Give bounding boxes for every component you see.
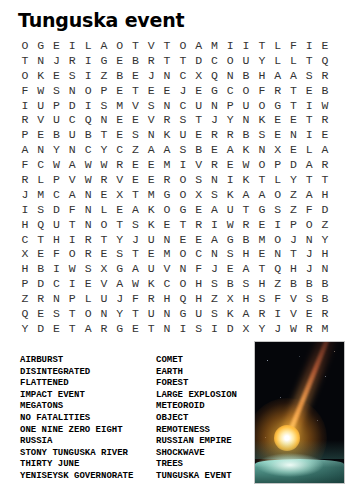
grid-cell-r15c11: O	[175, 246, 191, 261]
grid-cell-r10c19: T	[301, 172, 317, 187]
grid-cell-r18c7: J	[112, 291, 128, 306]
grid-cell-r14c2: T	[33, 232, 49, 247]
grid-cell-r14c7: Y	[112, 232, 128, 247]
grid-cell-r1c13: M	[207, 38, 223, 53]
grid-cell-r16c18: H	[286, 261, 302, 276]
word-item: SHOCKWAVE	[156, 448, 237, 460]
grid-cell-r12c19: F	[301, 202, 317, 217]
grid-cell-r16c7: G	[112, 261, 128, 276]
grid-cell-r12c2: S	[33, 202, 49, 217]
grid-cell-r4c17: R	[270, 83, 286, 98]
meteor-image	[254, 341, 345, 484]
grid-cell-r14c11: E	[175, 232, 191, 247]
grid-cell-r10c13: N	[207, 172, 223, 187]
grid-cell-r7c1: P	[17, 127, 33, 142]
grid-cell-r7c4: U	[64, 127, 80, 142]
grid-cell-r16c17: Q	[270, 261, 286, 276]
grid-cell-r9c10: M	[159, 157, 175, 172]
grid-cell-r14c4: I	[64, 232, 80, 247]
grid-cell-r13c14: W	[222, 217, 238, 232]
grid-cell-r10c12: S	[191, 172, 207, 187]
grid-cell-r13c7: T	[112, 217, 128, 232]
grid-cell-r18c11: Q	[175, 291, 191, 306]
grid-cell-r11c4: A	[64, 187, 80, 202]
grid-cell-r14c18: J	[286, 232, 302, 247]
grid-cell-r1c5: L	[80, 38, 96, 53]
grid-cell-r15c17: N	[270, 246, 286, 261]
grid-cell-r10c4: V	[64, 172, 80, 187]
grid-cell-r6c7: E	[112, 112, 128, 127]
grid-cell-r6c13: J	[207, 112, 223, 127]
grid-cell-r7c14: R	[222, 127, 238, 142]
grid-cell-r8c7: C	[112, 142, 128, 157]
grid-cell-r3c13: Q	[207, 68, 223, 83]
grid-cell-r14c13: A	[207, 232, 223, 247]
word-item: RUSSIA	[20, 436, 156, 448]
grid-cell-r12c14: U	[222, 202, 238, 217]
grid-cell-r10c7: V	[112, 172, 128, 187]
grid-cell-r2c3: J	[49, 53, 65, 68]
grid-cell-r20c16: Y	[254, 321, 270, 336]
grid-cell-r4c13: G	[207, 83, 223, 98]
grid-cell-r14c19: N	[301, 232, 317, 247]
grid-cell-r15c8: T	[128, 246, 144, 261]
word-item: THIRTY JUNE	[20, 459, 156, 471]
grid-cell-r12c11: G	[175, 202, 191, 217]
grid-cell-r18c15: H	[238, 291, 254, 306]
grid-cell-r11c6: E	[96, 187, 112, 202]
grid-cell-r5c18: T	[286, 98, 302, 113]
grid-cell-r3c4: S	[64, 68, 80, 83]
grid-cell-r11c12: X	[191, 187, 207, 202]
grid-cell-r15c12: C	[191, 246, 207, 261]
grid-cell-r18c13: Z	[207, 291, 223, 306]
grid-cell-r9c16: O	[254, 157, 270, 172]
grid-cell-r17c11: O	[175, 276, 191, 291]
grid-cell-r4c4: N	[64, 83, 80, 98]
grid-cell-r5c7: M	[112, 98, 128, 113]
grid-cell-r17c6: V	[96, 276, 112, 291]
grid-cell-r5c6: S	[96, 98, 112, 113]
grid-cell-r12c12: E	[191, 202, 207, 217]
grid-cell-r6c4: C	[64, 112, 80, 127]
grid-cell-r7c15: B	[238, 127, 254, 142]
grid-cell-r6c18: E	[286, 112, 302, 127]
grid-cell-r18c5: L	[80, 291, 96, 306]
grid-cell-r16c16: T	[254, 261, 270, 276]
grid-cell-r2c8: B	[128, 53, 144, 68]
grid-cell-r12c18: Z	[286, 202, 302, 217]
grid-cell-r20c11: I	[175, 321, 191, 336]
grid-cell-r4c11: J	[175, 83, 191, 98]
grid-cell-r11c15: A	[238, 187, 254, 202]
grid-cell-r10c10: R	[159, 172, 175, 187]
grid-cell-r19c7: Y	[112, 306, 128, 321]
grid-cell-r4c20: B	[317, 83, 333, 98]
grid-cell-r2c16: Y	[254, 53, 270, 68]
grid-cell-r19c13: S	[207, 306, 223, 321]
grid-cell-r19c19: E	[301, 306, 317, 321]
grid-cell-r5c17: G	[270, 98, 286, 113]
grid-cell-r2c1: T	[17, 53, 33, 68]
grid-cell-r5c10: N	[159, 98, 175, 113]
grid-cell-r12c1: I	[17, 202, 33, 217]
grid-cell-r19c17: I	[270, 306, 286, 321]
grid-cell-r17c18: B	[286, 276, 302, 291]
grid-cell-r11c13: S	[207, 187, 223, 202]
grid-cell-r9c17: P	[270, 157, 286, 172]
word-item: AIRBURST	[20, 355, 156, 367]
grid-cell-r7c17: E	[270, 127, 286, 142]
grid-cell-r9c20: R	[317, 157, 333, 172]
grid-cell-r15c15: H	[238, 246, 254, 261]
grid-cell-r8c18: E	[286, 142, 302, 157]
grid-cell-r14c3: H	[49, 232, 65, 247]
grid-cell-r8c1: A	[17, 142, 33, 157]
grid-cell-r4c7: E	[112, 83, 128, 98]
grid-cell-r9c14: E	[222, 157, 238, 172]
grid-cell-r12c6: L	[96, 202, 112, 217]
grid-cell-r4c12: E	[191, 83, 207, 98]
grid-cell-r18c9: R	[143, 291, 159, 306]
grid-cell-r9c5: W	[80, 157, 96, 172]
grid-cell-r2c7: E	[112, 53, 128, 68]
grid-cell-r16c11: N	[175, 261, 191, 276]
grid-cell-r15c4: O	[64, 246, 80, 261]
grid-cell-r14c9: U	[143, 232, 159, 247]
word-item: LARGE EXPLOSION	[156, 390, 237, 402]
grid-cell-r9c12: V	[191, 157, 207, 172]
grid-cell-r20c18: W	[286, 321, 302, 336]
grid-cell-r15c5: R	[80, 246, 96, 261]
grid-cell-r3c2: K	[33, 68, 49, 83]
grid-cell-r12c13: A	[207, 202, 223, 217]
grid-cell-r20c10: N	[159, 321, 175, 336]
grid-cell-r4c5: O	[80, 83, 96, 98]
grid-cell-r8c19: L	[301, 142, 317, 157]
grid-cell-r1c17: L	[270, 38, 286, 53]
grid-cell-r7c8: S	[128, 127, 144, 142]
word-list-column-2: COMETEARTHFORESTLARGE EXPLOSIONMETEOROID…	[156, 355, 237, 483]
grid-cell-r10c1: R	[17, 172, 33, 187]
grid-cell-r2c19: T	[301, 53, 317, 68]
grid-cell-r5c11: C	[175, 98, 191, 113]
grid-cell-r20c8: E	[128, 321, 144, 336]
grid-cell-r20c4: T	[64, 321, 80, 336]
grid-cell-r4c19: E	[301, 83, 317, 98]
grid-cell-r2c13: C	[207, 53, 223, 68]
grid-cell-r12c9: K	[143, 202, 159, 217]
grid-cell-r18c17: F	[270, 291, 286, 306]
grid-cell-r8c2: N	[33, 142, 49, 157]
grid-cell-r1c1: O	[17, 38, 33, 53]
grid-cell-r12c10: O	[159, 202, 175, 217]
grid-cell-r15c16: E	[254, 246, 270, 261]
grid-cell-r7c6: T	[96, 127, 112, 142]
grid-cell-r1c11: O	[175, 38, 191, 53]
grid-cell-r17c15: S	[238, 276, 254, 291]
grid-cell-r13c12: R	[191, 217, 207, 232]
worksheet-page: Tunguska event OGEILAOTVTOAMIITLFIETNJRI…	[0, 0, 354, 500]
grid-cell-r16c4: W	[64, 261, 80, 276]
grid-cell-r1c2: G	[33, 38, 49, 53]
grid-cell-r1c10: T	[159, 38, 175, 53]
grid-cell-r7c13: R	[207, 127, 223, 142]
grid-cell-r6c9: V	[143, 112, 159, 127]
grid-cell-r1c9: V	[143, 38, 159, 53]
grid-cell-r6c8: E	[128, 112, 144, 127]
word-item: ONE NINE ZERO EIGHT	[20, 425, 156, 437]
grid-cell-r17c20: B	[317, 276, 333, 291]
grid-cell-r1c12: A	[191, 38, 207, 53]
grid-cell-r17c4: I	[64, 276, 80, 291]
grid-cell-r19c16: R	[254, 306, 270, 321]
grid-cell-r5c20: W	[317, 98, 333, 113]
grid-cell-r5c4: D	[64, 98, 80, 113]
grid-cell-r8c10: A	[159, 142, 175, 157]
grid-cell-r14c6: T	[96, 232, 112, 247]
grid-cell-r7c11: U	[175, 127, 191, 142]
grid-cell-r5c12: U	[191, 98, 207, 113]
grid-cell-r20c1: Y	[17, 321, 33, 336]
grid-cell-r3c7: B	[112, 68, 128, 83]
grid-cell-r11c11: O	[175, 187, 191, 202]
grid-cell-r13c18: P	[286, 217, 302, 232]
grid-cell-r11c10: G	[159, 187, 175, 202]
grid-cell-r9c19: A	[301, 157, 317, 172]
grid-cell-r16c20: N	[317, 261, 333, 276]
grid-cell-r19c11: G	[175, 306, 191, 321]
grid-cell-r7c16: S	[254, 127, 270, 142]
grid-cell-r14c17: O	[270, 232, 286, 247]
grid-cell-r18c2: R	[33, 291, 49, 306]
grid-cell-r16c3: I	[49, 261, 65, 276]
grid-cell-r17c5: E	[80, 276, 96, 291]
grid-cell-r13c1: H	[17, 217, 33, 232]
grid-cell-r18c10: H	[159, 291, 175, 306]
grid-cell-r6c17: E	[270, 112, 286, 127]
grid-cell-r16c9: U	[143, 261, 159, 276]
grid-cell-r9c6: W	[96, 157, 112, 172]
grid-cell-r20c6: R	[96, 321, 112, 336]
grid-cell-r11c14: K	[222, 187, 238, 202]
grid-cell-r6c6: N	[96, 112, 112, 127]
grid-cell-r18c4: P	[64, 291, 80, 306]
grid-cell-r10c17: L	[270, 172, 286, 187]
grid-cell-r6c12: T	[191, 112, 207, 127]
grid-cell-r4c1: F	[17, 83, 33, 98]
grid-cell-r12c4: F	[64, 202, 80, 217]
grid-cell-r17c14: B	[222, 276, 238, 291]
grid-cell-r12c15: T	[238, 202, 254, 217]
grid-cell-r7c9: N	[143, 127, 159, 142]
grid-cell-r3c14: N	[222, 68, 238, 83]
grid-cell-r10c2: L	[33, 172, 49, 187]
grid-cell-r11c19: A	[301, 187, 317, 202]
grid-cell-r8c6: Y	[96, 142, 112, 157]
grid-cell-r6c15: N	[238, 112, 254, 127]
grid-cell-r13c16: E	[254, 217, 270, 232]
grid-cell-r11c16: A	[254, 187, 270, 202]
grid-cell-r16c1: H	[17, 261, 33, 276]
grid-cell-r18c16: S	[254, 291, 270, 306]
grid-cell-r3c10: N	[159, 68, 175, 83]
grid-cell-r8c5: C	[80, 142, 96, 157]
grid-cell-r19c9: U	[143, 306, 159, 321]
grid-cell-r10c18: Y	[286, 172, 302, 187]
grid-cell-r5c15: U	[238, 98, 254, 113]
grid-cell-r3c5: I	[80, 68, 96, 83]
grid-cell-r16c8: A	[128, 261, 144, 276]
grid-cell-r12c8: A	[128, 202, 144, 217]
grid-cell-r5c14: P	[222, 98, 238, 113]
grid-cell-r15c20: H	[317, 246, 333, 261]
grid-cell-r16c14: E	[222, 261, 238, 276]
grid-cell-r7c2: E	[33, 127, 49, 142]
grid-cell-r10c8: E	[128, 172, 144, 187]
word-item: REMOTENESS	[156, 425, 237, 437]
grid-cell-r17c2: D	[33, 276, 49, 291]
grid-cell-r15c14: S	[222, 246, 238, 261]
grid-cell-r1c3: E	[49, 38, 65, 53]
grid-cell-r9c11: I	[175, 157, 191, 172]
grid-cell-r13c2: Q	[33, 217, 49, 232]
grid-cell-r15c6: E	[96, 246, 112, 261]
grid-cell-r10c16: T	[254, 172, 270, 187]
grid-cell-r11c8: T	[128, 187, 144, 202]
grid-cell-r17c19: B	[301, 276, 317, 291]
grid-cell-r5c1: I	[17, 98, 33, 113]
grid-cell-r19c8: T	[128, 306, 144, 321]
grid-cell-r7c19: I	[301, 127, 317, 142]
grid-cell-r2c18: L	[286, 53, 302, 68]
grid-cell-r17c17: Z	[270, 276, 286, 291]
grid-cell-r19c5: O	[80, 306, 96, 321]
grid-cell-r17c16: H	[254, 276, 270, 291]
grid-cell-r2c6: G	[96, 53, 112, 68]
grid-cell-r10c11: O	[175, 172, 191, 187]
grid-cell-r13c17: I	[270, 217, 286, 232]
grid-cell-r10c3: P	[49, 172, 65, 187]
grid-cell-r17c10: C	[159, 276, 175, 291]
grid-cell-r18c8: F	[128, 291, 144, 306]
word-item: RUSSIAN EMPIRE	[156, 436, 237, 448]
grid-cell-r13c19: O	[301, 217, 317, 232]
grid-cell-r5c2: U	[33, 98, 49, 113]
grid-cell-r14c16: M	[254, 232, 270, 247]
grid-cell-r1c7: O	[112, 38, 128, 53]
grid-cell-r4c18: T	[286, 83, 302, 98]
grid-cell-r1c18: F	[286, 38, 302, 53]
word-item: MEGATONS	[20, 401, 156, 413]
word-item: TREES	[156, 459, 237, 471]
grid-cell-r4c16: F	[254, 83, 270, 98]
grid-cell-r20c2: D	[33, 321, 49, 336]
grid-cell-r19c1: Q	[17, 306, 33, 321]
grid-cell-r9c9: E	[143, 157, 159, 172]
grid-cell-r7c3: B	[49, 127, 65, 142]
word-list: AIRBURSTDISINTEGRATEDFLATTENEDIMPACT EVE…	[20, 355, 237, 483]
grid-cell-r4c2: W	[33, 83, 49, 98]
word-search-grid: OGEILAOTVTOAMIITLFIETNJRIGEBRTTDCOUYLLTQ…	[17, 38, 333, 336]
grid-cell-r19c6: N	[96, 306, 112, 321]
grid-cell-r19c2: E	[33, 306, 49, 321]
grid-cell-r5c5: I	[80, 98, 96, 113]
grid-cell-r1c15: I	[238, 38, 254, 53]
grid-cell-r1c19: I	[301, 38, 317, 53]
grid-cell-r7c5: B	[80, 127, 96, 142]
grid-cell-r20c9: T	[143, 321, 159, 336]
grid-cell-r1c14: I	[222, 38, 238, 53]
grid-cell-r3c12: X	[191, 68, 207, 83]
grid-cell-r7c20: E	[317, 127, 333, 142]
grid-cell-r2c5: I	[80, 53, 96, 68]
grid-cell-r15c3: F	[49, 246, 65, 261]
grid-cell-r2c11: T	[175, 53, 191, 68]
grid-cell-r14c5: R	[80, 232, 96, 247]
grid-cell-r13c3: U	[49, 217, 65, 232]
grid-cell-r16c2: B	[33, 261, 49, 276]
word-item: METEOROID	[156, 401, 237, 413]
grid-cell-r16c5: S	[80, 261, 96, 276]
grid-cell-r8c20: A	[317, 142, 333, 157]
grid-cell-r3c11: C	[175, 68, 191, 83]
grid-cell-r1c16: T	[254, 38, 270, 53]
grid-cell-r5c16: O	[254, 98, 270, 113]
grid-cell-r18c20: B	[317, 291, 333, 306]
grid-cell-r20c12: S	[191, 321, 207, 336]
grid-cell-r19c14: K	[222, 306, 238, 321]
grid-cell-r3c19: S	[301, 68, 317, 83]
grid-cell-r20c14: D	[222, 321, 238, 336]
grid-cell-r18c14: X	[222, 291, 238, 306]
word-list-column-1: AIRBURSTDISINTEGRATEDFLATTENEDIMPACT EVE…	[20, 355, 156, 483]
grid-cell-r10c20: T	[317, 172, 333, 187]
grid-cell-r15c9: E	[143, 246, 159, 261]
grid-cell-r13c9: K	[143, 217, 159, 232]
grid-cell-r13c13: I	[207, 217, 223, 232]
grid-cell-r2c9: R	[143, 53, 159, 68]
grid-cell-r2c17: L	[270, 53, 286, 68]
grid-cell-r4c10: E	[159, 83, 175, 98]
grid-cell-r9c7: R	[112, 157, 128, 172]
grid-cell-r16c10: V	[159, 261, 175, 276]
grid-cell-r17c12: H	[191, 276, 207, 291]
grid-cell-r18c18: V	[286, 291, 302, 306]
grid-cell-r20c17: J	[270, 321, 286, 336]
grid-cell-r4c6: P	[96, 83, 112, 98]
grid-cell-r20c15: X	[238, 321, 254, 336]
grid-cell-r15c18: T	[286, 246, 302, 261]
grid-cell-r19c3: S	[49, 306, 65, 321]
word-item: FOREST	[156, 378, 237, 390]
grid-cell-r4c15: O	[238, 83, 254, 98]
grid-cell-r16c19: J	[301, 261, 317, 276]
grid-cell-r4c3: S	[49, 83, 65, 98]
grid-cell-r17c3: C	[49, 276, 65, 291]
grid-cell-r15c7: S	[112, 246, 128, 261]
grid-cell-r9c18: D	[286, 157, 302, 172]
grid-cell-r10c5: W	[80, 172, 96, 187]
word-item: DISINTEGRATED	[20, 367, 156, 379]
grid-cell-r2c4: R	[64, 53, 80, 68]
grid-cell-r11c2: M	[33, 187, 49, 202]
grid-cell-r2c20: Q	[317, 53, 333, 68]
grid-cell-r3c6: Z	[96, 68, 112, 83]
grid-cell-r3c1: O	[17, 68, 33, 83]
grid-cell-r3c16: H	[254, 68, 270, 83]
grid-cell-r11c17: O	[270, 187, 286, 202]
